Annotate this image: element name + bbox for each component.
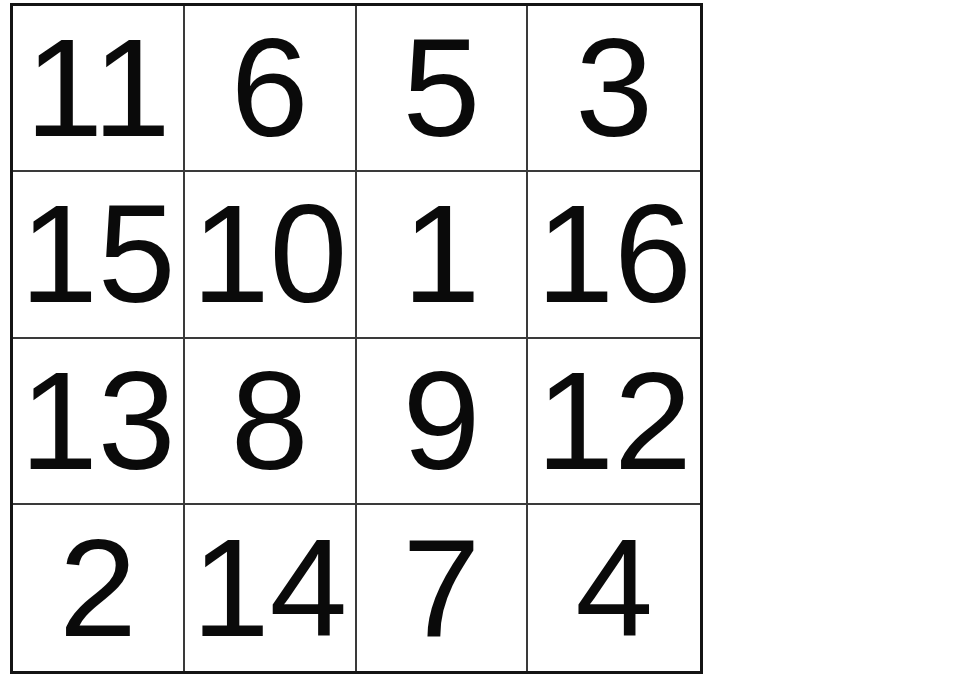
cell-r3c1[interactable]: 13 (13, 339, 185, 505)
cell-r4c2[interactable]: 14 (185, 505, 357, 671)
cell-r2c1[interactable]: 15 (13, 172, 185, 338)
cell-r3c2[interactable]: 8 (185, 339, 357, 505)
cell-r1c1[interactable]: 11 (13, 6, 185, 172)
cell-r1c3[interactable]: 5 (357, 6, 529, 172)
cell-r4c4[interactable]: 4 (528, 505, 700, 671)
cell-r2c3[interactable]: 1 (357, 172, 529, 338)
cell-r2c4[interactable]: 16 (528, 172, 700, 338)
cell-r3c4[interactable]: 12 (528, 339, 700, 505)
cell-r1c4[interactable]: 3 (528, 6, 700, 172)
cell-r2c2[interactable]: 10 (185, 172, 357, 338)
cell-r1c2[interactable]: 6 (185, 6, 357, 172)
page-canvas: 11 6 5 3 15 10 1 16 13 8 9 12 2 14 7 4 (0, 0, 960, 686)
puzzle-board: 11 6 5 3 15 10 1 16 13 8 9 12 2 14 7 4 (10, 3, 703, 674)
cell-r4c1[interactable]: 2 (13, 505, 185, 671)
cell-r3c3[interactable]: 9 (357, 339, 529, 505)
cell-r4c3[interactable]: 7 (357, 505, 529, 671)
